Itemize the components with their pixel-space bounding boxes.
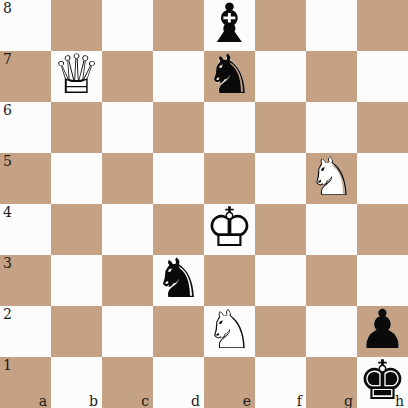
white-queen-glyph: ♕ bbox=[52, 47, 100, 101]
square-a3[interactable]: 3 bbox=[0, 255, 51, 306]
square-h1[interactable]: h♔♚ bbox=[357, 357, 408, 408]
square-a7[interactable]: 7 bbox=[0, 51, 51, 102]
square-h6[interactable] bbox=[357, 102, 408, 153]
square-f1[interactable]: f bbox=[255, 357, 306, 408]
square-f2[interactable] bbox=[255, 306, 306, 357]
square-f3[interactable] bbox=[255, 255, 306, 306]
piece-white-king[interactable]: ♚♔ bbox=[204, 204, 255, 255]
square-d6[interactable] bbox=[153, 102, 204, 153]
square-c7[interactable] bbox=[102, 51, 153, 102]
square-d3[interactable]: ♘♞ bbox=[153, 255, 204, 306]
black-knight-glyph: ♞ bbox=[154, 251, 202, 305]
square-g7[interactable] bbox=[306, 51, 357, 102]
square-c5[interactable] bbox=[102, 153, 153, 204]
square-g2[interactable] bbox=[306, 306, 357, 357]
black-knight-glyph: ♞ bbox=[205, 47, 253, 101]
square-b3[interactable] bbox=[51, 255, 102, 306]
file-label-a: a bbox=[39, 394, 47, 408]
square-g1[interactable]: g bbox=[306, 357, 357, 408]
file-label-e: e bbox=[243, 394, 251, 408]
square-g4[interactable] bbox=[306, 204, 357, 255]
square-g5[interactable]: ♞♘ bbox=[306, 153, 357, 204]
square-a1[interactable]: 1a bbox=[0, 357, 51, 408]
rank-label-8: 8 bbox=[3, 1, 12, 16]
square-d1[interactable]: d bbox=[153, 357, 204, 408]
square-f5[interactable] bbox=[255, 153, 306, 204]
square-b1[interactable]: b bbox=[51, 357, 102, 408]
square-h5[interactable] bbox=[357, 153, 408, 204]
rank-label-6: 6 bbox=[3, 103, 12, 118]
chess-board: 8♗♝7♛♕♘♞65♞♘4♚♔3♘♞2♞♘♙♟1abcdefgh♔♚ bbox=[0, 0, 408, 408]
square-e2[interactable]: ♞♘ bbox=[204, 306, 255, 357]
square-a2[interactable]: 2 bbox=[0, 306, 51, 357]
square-a6[interactable]: 6 bbox=[0, 102, 51, 153]
square-b6[interactable] bbox=[51, 102, 102, 153]
file-label-b: b bbox=[89, 394, 98, 408]
square-a4[interactable]: 4 bbox=[0, 204, 51, 255]
square-h8[interactable] bbox=[357, 0, 408, 51]
piece-white-queen[interactable]: ♛♕ bbox=[51, 51, 102, 102]
square-h4[interactable] bbox=[357, 204, 408, 255]
square-b2[interactable] bbox=[51, 306, 102, 357]
square-a8[interactable]: 8 bbox=[0, 0, 51, 51]
square-c4[interactable] bbox=[102, 204, 153, 255]
square-f8[interactable] bbox=[255, 0, 306, 51]
square-d7[interactable] bbox=[153, 51, 204, 102]
square-c6[interactable] bbox=[102, 102, 153, 153]
square-d5[interactable] bbox=[153, 153, 204, 204]
piece-white-knight[interactable]: ♞♘ bbox=[306, 153, 357, 204]
rank-label-5: 5 bbox=[3, 154, 12, 169]
piece-white-knight[interactable]: ♞♘ bbox=[204, 306, 255, 357]
square-d2[interactable] bbox=[153, 306, 204, 357]
square-e7[interactable]: ♘♞ bbox=[204, 51, 255, 102]
piece-black-knight[interactable]: ♘♞ bbox=[204, 51, 255, 102]
square-d8[interactable] bbox=[153, 0, 204, 51]
square-f6[interactable] bbox=[255, 102, 306, 153]
white-knight-glyph: ♘ bbox=[307, 149, 355, 203]
white-king-glyph: ♔ bbox=[205, 200, 253, 254]
square-g3[interactable] bbox=[306, 255, 357, 306]
square-c2[interactable] bbox=[102, 306, 153, 357]
white-knight-glyph: ♘ bbox=[205, 302, 253, 356]
square-e6[interactable] bbox=[204, 102, 255, 153]
square-a5[interactable]: 5 bbox=[0, 153, 51, 204]
rank-label-7: 7 bbox=[3, 52, 12, 67]
rank-label-3: 3 bbox=[3, 256, 12, 271]
rank-label-4: 4 bbox=[3, 205, 12, 220]
piece-black-knight[interactable]: ♘♞ bbox=[153, 255, 204, 306]
square-c3[interactable] bbox=[102, 255, 153, 306]
square-b5[interactable] bbox=[51, 153, 102, 204]
file-label-f: f bbox=[297, 394, 302, 408]
square-c8[interactable] bbox=[102, 0, 153, 51]
square-f4[interactable] bbox=[255, 204, 306, 255]
file-label-c: c bbox=[141, 394, 149, 408]
square-e4[interactable]: ♚♔ bbox=[204, 204, 255, 255]
square-b7[interactable]: ♛♕ bbox=[51, 51, 102, 102]
square-e1[interactable]: e bbox=[204, 357, 255, 408]
piece-black-king[interactable]: ♔♚ bbox=[357, 357, 408, 408]
square-g8[interactable] bbox=[306, 0, 357, 51]
square-c1[interactable]: c bbox=[102, 357, 153, 408]
black-king-glyph: ♚ bbox=[358, 353, 406, 407]
rank-label-1: 1 bbox=[3, 358, 12, 373]
square-h7[interactable] bbox=[357, 51, 408, 102]
square-f7[interactable] bbox=[255, 51, 306, 102]
file-label-g: g bbox=[344, 394, 353, 408]
file-label-d: d bbox=[191, 394, 200, 408]
square-b4[interactable] bbox=[51, 204, 102, 255]
rank-label-2: 2 bbox=[3, 307, 12, 322]
